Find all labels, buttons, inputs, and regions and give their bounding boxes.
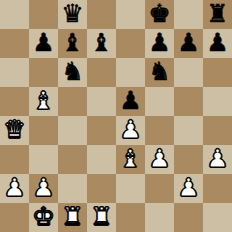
black-knight-f6[interactable]: ♞ [148, 58, 170, 86]
square-g3[interactable] [174, 145, 203, 174]
square-f7[interactable]: ♟ [145, 29, 174, 58]
black-pawn-h7[interactable]: ♟ [206, 29, 228, 57]
square-e8[interactable] [116, 0, 145, 29]
board-wrap: ♛♚♜♟♝♝♟♟♟♞♞♝♟♛♟♝♟♟♟♟♟♚♜♜ [0, 0, 232, 232]
white-pawn-e4[interactable]: ♟ [119, 116, 141, 144]
square-e4[interactable]: ♟ [116, 116, 145, 145]
square-e5[interactable]: ♟ [116, 87, 145, 116]
square-a2[interactable]: ♟ [0, 174, 29, 203]
black-queen-c8[interactable]: ♛ [61, 0, 83, 28]
square-g7[interactable]: ♟ [174, 29, 203, 58]
square-c7[interactable]: ♝ [58, 29, 87, 58]
square-c5[interactable] [58, 87, 87, 116]
square-d7[interactable]: ♝ [87, 29, 116, 58]
black-pawn-b7[interactable]: ♟ [32, 29, 54, 57]
square-a7[interactable] [0, 29, 29, 58]
square-c3[interactable] [58, 145, 87, 174]
square-c2[interactable] [58, 174, 87, 203]
square-d4[interactable] [87, 116, 116, 145]
square-g5[interactable] [174, 87, 203, 116]
black-rook-h8[interactable]: ♜ [206, 0, 228, 28]
square-c6[interactable]: ♞ [58, 58, 87, 87]
white-rook-d1[interactable]: ♜ [90, 203, 112, 231]
square-e3[interactable]: ♝ [116, 145, 145, 174]
black-pawn-e5[interactable]: ♟ [119, 87, 141, 115]
square-b2[interactable]: ♟ [29, 174, 58, 203]
square-a3[interactable] [0, 145, 29, 174]
white-queen-a4[interactable]: ♛ [3, 116, 25, 144]
square-f3[interactable]: ♟ [145, 145, 174, 174]
black-bishop-d7[interactable]: ♝ [90, 29, 112, 57]
square-a5[interactable] [0, 87, 29, 116]
square-g8[interactable] [174, 0, 203, 29]
white-king-b1[interactable]: ♚ [32, 203, 54, 231]
square-h5[interactable] [203, 87, 232, 116]
square-c1[interactable]: ♜ [58, 203, 87, 232]
white-pawn-b2[interactable]: ♟ [32, 174, 54, 202]
square-d8[interactable] [87, 0, 116, 29]
square-d6[interactable] [87, 58, 116, 87]
square-h8[interactable]: ♜ [203, 0, 232, 29]
square-f8[interactable]: ♚ [145, 0, 174, 29]
square-g2[interactable]: ♟ [174, 174, 203, 203]
black-bishop-c7[interactable]: ♝ [61, 29, 83, 57]
square-h4[interactable] [203, 116, 232, 145]
square-b7[interactable]: ♟ [29, 29, 58, 58]
white-pawn-a2[interactable]: ♟ [3, 174, 25, 202]
white-pawn-f3[interactable]: ♟ [148, 145, 170, 173]
square-h6[interactable] [203, 58, 232, 87]
square-h2[interactable] [203, 174, 232, 203]
square-b6[interactable] [29, 58, 58, 87]
black-pawn-f7[interactable]: ♟ [148, 29, 170, 57]
square-a4[interactable]: ♛ [0, 116, 29, 145]
square-b4[interactable] [29, 116, 58, 145]
chess-board: ♛♚♜♟♝♝♟♟♟♞♞♝♟♛♟♝♟♟♟♟♟♚♜♜ [0, 0, 232, 232]
square-f4[interactable] [145, 116, 174, 145]
square-h7[interactable]: ♟ [203, 29, 232, 58]
square-h3[interactable]: ♟ [203, 145, 232, 174]
black-pawn-g7[interactable]: ♟ [177, 29, 199, 57]
square-b1[interactable]: ♚ [29, 203, 58, 232]
square-e1[interactable] [116, 203, 145, 232]
square-d2[interactable] [87, 174, 116, 203]
square-c4[interactable] [58, 116, 87, 145]
square-g4[interactable] [174, 116, 203, 145]
square-d1[interactable]: ♜ [87, 203, 116, 232]
square-a1[interactable] [0, 203, 29, 232]
square-b3[interactable] [29, 145, 58, 174]
square-c8[interactable]: ♛ [58, 0, 87, 29]
black-knight-c6[interactable]: ♞ [61, 58, 83, 86]
square-e6[interactable] [116, 58, 145, 87]
square-g6[interactable] [174, 58, 203, 87]
white-rook-c1[interactable]: ♜ [61, 203, 83, 231]
square-e2[interactable] [116, 174, 145, 203]
square-g1[interactable] [174, 203, 203, 232]
white-bishop-b5[interactable]: ♝ [32, 87, 54, 115]
square-a8[interactable] [0, 0, 29, 29]
square-b8[interactable] [29, 0, 58, 29]
black-king-f8[interactable]: ♚ [148, 0, 170, 28]
white-pawn-h3[interactable]: ♟ [206, 145, 228, 173]
square-a6[interactable] [0, 58, 29, 87]
white-pawn-g2[interactable]: ♟ [177, 174, 199, 202]
square-e7[interactable] [116, 29, 145, 58]
square-f6[interactable]: ♞ [145, 58, 174, 87]
square-f5[interactable] [145, 87, 174, 116]
square-f1[interactable] [145, 203, 174, 232]
square-h1[interactable] [203, 203, 232, 232]
square-d3[interactable] [87, 145, 116, 174]
square-b5[interactable]: ♝ [29, 87, 58, 116]
square-d5[interactable] [87, 87, 116, 116]
white-bishop-e3[interactable]: ♝ [119, 145, 141, 173]
square-f2[interactable] [145, 174, 174, 203]
